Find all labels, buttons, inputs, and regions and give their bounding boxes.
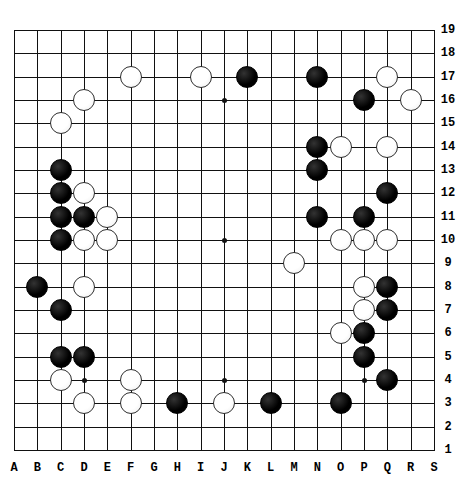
row-label-19: 19 <box>437 23 459 37</box>
black-stone-P11 <box>353 206 375 228</box>
white-stone-O14 <box>330 136 352 158</box>
black-stone-C10 <box>50 229 72 251</box>
row-label-3: 3 <box>437 396 459 410</box>
black-stone-C5 <box>50 346 72 368</box>
col-label-B: B <box>29 461 45 475</box>
col-label-G: G <box>146 461 162 475</box>
row-label-16: 16 <box>437 93 459 107</box>
black-stone-N17 <box>306 66 328 88</box>
white-stone-Q17 <box>376 66 398 88</box>
black-stone-P5 <box>353 346 375 368</box>
col-label-J: J <box>216 461 232 475</box>
black-stone-D11 <box>73 206 95 228</box>
white-stone-I17 <box>190 66 212 88</box>
white-stone-P7 <box>353 299 375 321</box>
black-stone-P6 <box>353 322 375 344</box>
black-stone-O3 <box>330 392 352 414</box>
go-board-diagram: ABCDEFGHIJKLMNOPQRS 19181716151413121110… <box>0 0 461 481</box>
white-stone-F3 <box>120 392 142 414</box>
star-point-P4 <box>362 378 367 383</box>
white-stone-M9 <box>283 252 305 274</box>
white-stone-D10 <box>73 229 95 251</box>
star-point-J16 <box>222 98 227 103</box>
black-stone-K17 <box>236 66 258 88</box>
white-stone-F17 <box>120 66 142 88</box>
black-stone-P16 <box>353 89 375 111</box>
black-stone-Q8 <box>376 276 398 298</box>
star-point-J4 <box>222 378 227 383</box>
row-label-2: 2 <box>437 420 459 434</box>
col-label-H: H <box>169 461 185 475</box>
col-label-F: F <box>123 461 139 475</box>
black-stone-N14 <box>306 136 328 158</box>
row-label-18: 18 <box>437 46 459 60</box>
col-label-C: C <box>53 461 69 475</box>
black-stone-H3 <box>166 392 188 414</box>
black-stone-D5 <box>73 346 95 368</box>
row-label-17: 17 <box>437 70 459 84</box>
black-stone-Q7 <box>376 299 398 321</box>
white-stone-C4 <box>50 369 72 391</box>
row-label-13: 13 <box>437 163 459 177</box>
white-stone-E11 <box>96 206 118 228</box>
white-stone-D8 <box>73 276 95 298</box>
row-label-1: 1 <box>437 443 459 457</box>
col-label-I: I <box>193 461 209 475</box>
white-stone-R16 <box>400 89 422 111</box>
row-label-8: 8 <box>437 280 459 294</box>
row-label-5: 5 <box>437 350 459 364</box>
star-point-D4 <box>82 378 87 383</box>
col-label-L: L <box>263 461 279 475</box>
black-stone-N13 <box>306 159 328 181</box>
white-stone-P8 <box>353 276 375 298</box>
row-label-9: 9 <box>437 256 459 270</box>
row-label-6: 6 <box>437 326 459 340</box>
row-label-7: 7 <box>437 303 459 317</box>
go-board[interactable] <box>14 30 435 451</box>
white-stone-P10 <box>353 229 375 251</box>
white-stone-D12 <box>73 182 95 204</box>
black-stone-Q12 <box>376 182 398 204</box>
black-stone-B8 <box>26 276 48 298</box>
row-label-15: 15 <box>437 116 459 130</box>
col-label-A: A <box>6 461 22 475</box>
black-stone-C11 <box>50 206 72 228</box>
white-stone-F4 <box>120 369 142 391</box>
white-stone-E10 <box>96 229 118 251</box>
black-stone-C12 <box>50 182 72 204</box>
col-label-M: M <box>286 461 302 475</box>
white-stone-O6 <box>330 322 352 344</box>
white-stone-D3 <box>73 392 95 414</box>
col-label-O: O <box>333 461 349 475</box>
row-label-10: 10 <box>437 233 459 247</box>
col-label-R: R <box>403 461 419 475</box>
black-stone-C7 <box>50 299 72 321</box>
col-label-P: P <box>356 461 372 475</box>
black-stone-C13 <box>50 159 72 181</box>
white-stone-D16 <box>73 89 95 111</box>
col-label-N: N <box>309 461 325 475</box>
white-stone-J3 <box>213 392 235 414</box>
col-label-E: E <box>99 461 115 475</box>
col-label-D: D <box>76 461 92 475</box>
white-stone-C15 <box>50 112 72 134</box>
row-label-4: 4 <box>437 373 459 387</box>
star-point-J10 <box>222 238 227 243</box>
col-label-S: S <box>426 461 442 475</box>
white-stone-Q14 <box>376 136 398 158</box>
white-stone-Q10 <box>376 229 398 251</box>
black-stone-N11 <box>306 206 328 228</box>
col-label-K: K <box>239 461 255 475</box>
row-label-14: 14 <box>437 140 459 154</box>
row-label-12: 12 <box>437 186 459 200</box>
black-stone-L3 <box>260 392 282 414</box>
white-stone-O10 <box>330 229 352 251</box>
black-stone-Q4 <box>376 369 398 391</box>
row-label-11: 11 <box>437 210 459 224</box>
col-label-Q: Q <box>379 461 395 475</box>
